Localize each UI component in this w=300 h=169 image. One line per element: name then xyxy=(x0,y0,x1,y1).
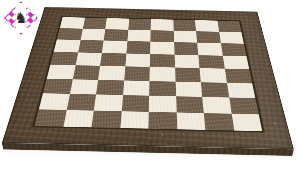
square xyxy=(43,78,72,93)
square xyxy=(70,79,99,94)
square xyxy=(124,66,150,80)
square xyxy=(176,96,204,113)
square xyxy=(151,19,174,30)
square xyxy=(34,109,66,127)
square xyxy=(201,82,229,97)
square xyxy=(198,55,224,69)
square xyxy=(195,20,219,31)
square xyxy=(227,83,256,99)
square xyxy=(150,30,173,42)
chessboard xyxy=(2,7,294,149)
shop-logo: ♞ xyxy=(4,1,38,35)
square xyxy=(202,97,231,114)
square xyxy=(150,42,174,55)
square xyxy=(220,43,246,56)
square xyxy=(100,53,126,67)
square xyxy=(175,81,202,96)
square xyxy=(83,18,107,29)
square xyxy=(229,97,259,114)
square xyxy=(102,41,127,54)
square xyxy=(222,56,249,70)
board-field xyxy=(32,16,264,132)
square xyxy=(200,68,227,83)
square xyxy=(126,41,150,54)
square xyxy=(149,81,176,96)
square xyxy=(54,39,81,52)
square xyxy=(123,80,150,95)
square xyxy=(149,96,176,113)
square xyxy=(173,31,197,43)
square xyxy=(128,19,151,30)
logo-rim xyxy=(4,1,38,35)
square xyxy=(196,31,220,43)
square xyxy=(94,94,123,110)
square xyxy=(219,32,244,44)
square xyxy=(39,93,70,109)
square xyxy=(60,17,85,28)
square xyxy=(224,69,252,84)
square xyxy=(121,95,149,111)
square xyxy=(197,43,222,56)
square xyxy=(174,42,199,55)
square xyxy=(175,67,201,82)
square xyxy=(98,66,125,80)
square xyxy=(96,80,124,95)
square xyxy=(50,52,77,66)
square xyxy=(47,65,75,79)
square xyxy=(173,20,196,31)
square xyxy=(78,40,104,53)
square xyxy=(104,29,128,41)
square xyxy=(174,54,199,68)
square xyxy=(66,94,96,110)
square xyxy=(204,113,234,131)
square xyxy=(217,21,241,32)
product-photo: ♞ xyxy=(0,0,300,169)
